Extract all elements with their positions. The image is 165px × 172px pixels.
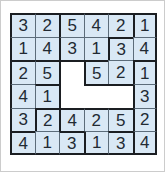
cell-r2c1[interactable]: 1: [10, 37, 35, 61]
puzzle-page: 32542114313425521413324252413134: [0, 0, 165, 172]
hole-cell-r4c4: [84, 84, 109, 108]
cell-r5c1[interactable]: 3: [10, 108, 35, 132]
cell-r2c2[interactable]: 4: [35, 37, 60, 61]
hole-cell-r4c5: [108, 84, 133, 108]
cell-r2c5[interactable]: 3: [108, 37, 133, 61]
cell-r2c6[interactable]: 4: [133, 37, 158, 61]
cell-r1c6[interactable]: 1: [133, 13, 158, 37]
cell-r2c4[interactable]: 1: [84, 37, 109, 61]
cell-r6c1[interactable]: 4: [10, 131, 35, 155]
cell-r2c3[interactable]: 3: [59, 37, 84, 61]
cell-r1c3[interactable]: 5: [59, 13, 84, 37]
cell-r5c6[interactable]: 2: [133, 108, 158, 132]
cell-r1c4[interactable]: 4: [84, 13, 109, 37]
cell-r3c2[interactable]: 5: [35, 60, 60, 84]
cell-r6c6[interactable]: 4: [133, 131, 158, 155]
cell-r4c6[interactable]: 3: [133, 84, 158, 108]
cell-r1c5[interactable]: 2: [108, 13, 133, 37]
cell-r3c6[interactable]: 1: [133, 60, 158, 84]
cell-r4c2[interactable]: 1: [35, 84, 60, 108]
hole-cell-r4c3: [59, 84, 84, 108]
cell-r6c3[interactable]: 3: [59, 131, 84, 155]
cell-r4c1[interactable]: 4: [10, 84, 35, 108]
cell-r6c4[interactable]: 1: [84, 131, 109, 155]
cell-r5c2[interactable]: 2: [35, 108, 60, 132]
cell-r5c4[interactable]: 2: [84, 108, 109, 132]
cell-r3c5[interactable]: 2: [108, 60, 133, 84]
cell-r6c2[interactable]: 1: [35, 131, 60, 155]
cell-r3c1[interactable]: 2: [10, 60, 35, 84]
cell-r1c1[interactable]: 3: [10, 13, 35, 37]
cell-r5c5[interactable]: 5: [108, 108, 133, 132]
board: 32542114313425521413324252413134: [10, 13, 157, 155]
cell-r3c4[interactable]: 5: [84, 60, 109, 84]
cell-r1c2[interactable]: 2: [35, 13, 60, 37]
cell-r6c5[interactable]: 3: [108, 131, 133, 155]
hole-cell-r3c3: [59, 60, 84, 84]
cell-r5c3[interactable]: 4: [59, 108, 84, 132]
